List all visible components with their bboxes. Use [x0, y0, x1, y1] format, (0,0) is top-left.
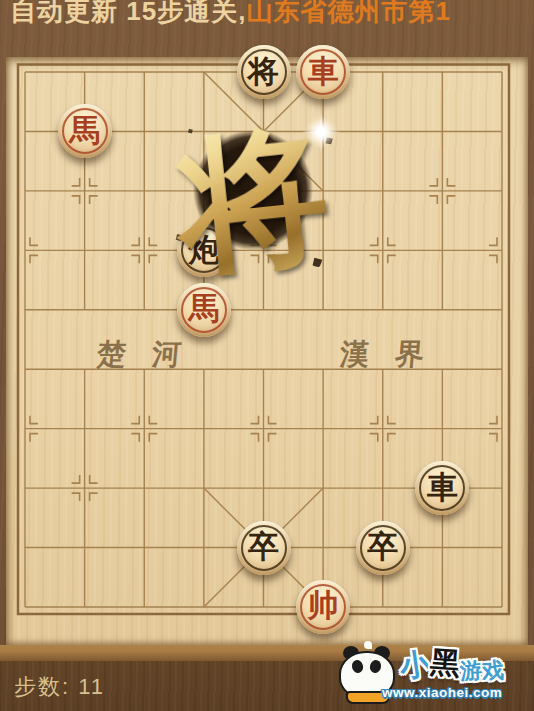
step-counter-value: 11: [78, 674, 105, 699]
piece-black-炮[interactable]: 炮: [177, 223, 231, 277]
board-cell: 卒: [353, 518, 413, 577]
watermark-url: www.xiaohei.com: [382, 685, 502, 700]
step-counter: 步数: 11: [14, 672, 105, 702]
pieces-layer: 将車馬炮馬車卒卒帅: [0, 42, 532, 636]
board-cell: 将: [234, 42, 294, 101]
piece-glyph: 卒: [248, 531, 279, 562]
piece-black-卒[interactable]: 卒: [356, 521, 410, 575]
piece-glyph: 車: [308, 56, 339, 87]
brand-char: 戏: [481, 655, 505, 686]
board-cell: 馬: [55, 102, 115, 161]
xiangqi-app-screen: 自动更新 15步通关,山东省德州市第1 楚河 漢界 将車馬炮馬車卒卒帅 将 步数…: [0, 0, 534, 711]
board-cell: 帅: [293, 577, 353, 636]
piece-red-帅[interactable]: 帅: [296, 580, 350, 634]
brand-char: 游: [459, 655, 483, 686]
piece-glyph: 卒: [367, 531, 398, 562]
piece-glyph: 炮: [188, 234, 219, 265]
piece-glyph: 車: [427, 472, 458, 503]
piece-glyph: 馬: [188, 293, 219, 324]
board-cell: 車: [413, 458, 473, 517]
piece-black-卒[interactable]: 卒: [237, 521, 291, 575]
board-cell: 卒: [234, 518, 294, 577]
piece-red-馬[interactable]: 馬: [177, 283, 231, 337]
piece-black-将[interactable]: 将: [237, 45, 291, 99]
piece-glyph: 馬: [69, 115, 100, 146]
step-counter-label: 步数:: [14, 674, 70, 699]
board-cell: 馬: [174, 280, 234, 339]
brand-char: 小: [397, 643, 432, 688]
piece-red-車[interactable]: 車: [296, 45, 350, 99]
board-cell: 炮: [174, 221, 234, 280]
watermark-brand-text: 小黑游戏: [400, 645, 504, 686]
piece-red-馬[interactable]: 馬: [58, 104, 112, 158]
site-watermark: 小黑游戏 www.xiaohei.com: [336, 641, 532, 709]
brand-char: 黑: [429, 642, 462, 685]
piece-glyph: 帅: [308, 590, 339, 621]
piece-black-車[interactable]: 車: [415, 461, 469, 515]
piece-glyph: 将: [248, 56, 279, 87]
board-cell: 車: [293, 42, 353, 101]
